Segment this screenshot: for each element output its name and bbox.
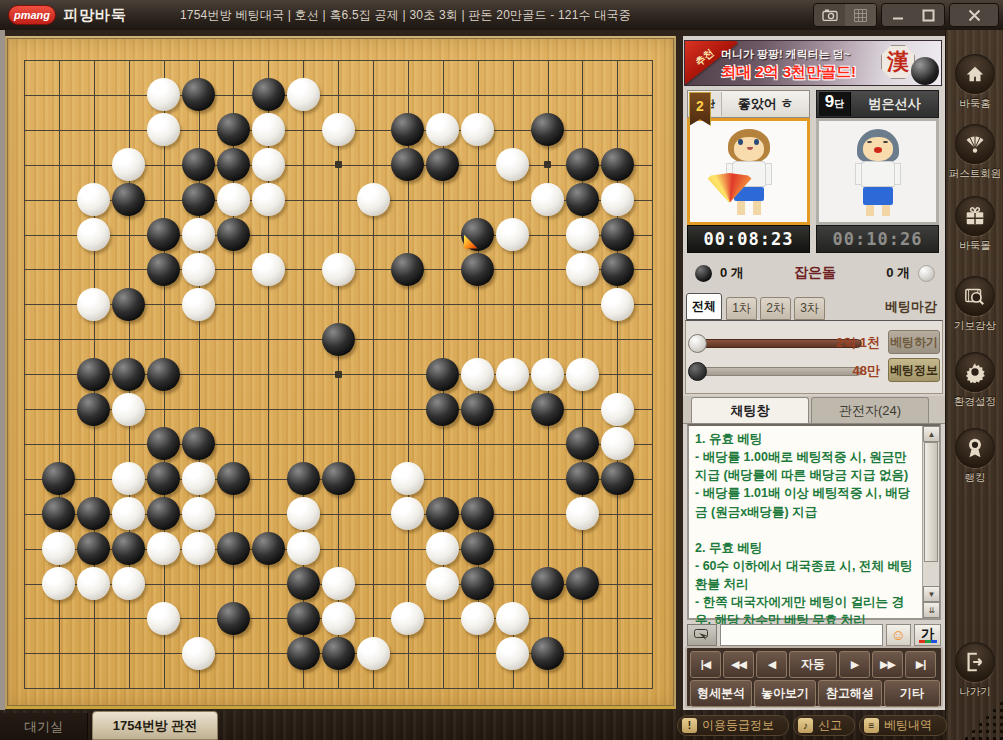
- black-stone: [182, 183, 215, 216]
- tab-bet-3rd[interactable]: 3차: [794, 297, 825, 320]
- black-stone: [112, 358, 145, 391]
- white-stone: [496, 218, 529, 251]
- white-stone: [147, 113, 180, 146]
- black-stone: [601, 462, 634, 495]
- info-bubble-icon: !: [682, 718, 697, 733]
- right-panel: 추천 머니가 팡팡! 캐릭터는 덤~ 최대 2억 3천만골드! 漢 9단 좋았어…: [683, 36, 945, 710]
- chat-scrollbar[interactable]: ▲ ▼ ⇊: [922, 426, 939, 618]
- black-stone: [391, 113, 424, 146]
- black-stone: [217, 602, 250, 635]
- resize-grip[interactable]: [963, 700, 1003, 740]
- white-stone: [496, 148, 529, 181]
- sidebar-label-game-records: 기보감상: [946, 319, 1003, 333]
- auto-play-button[interactable]: 자동: [789, 651, 837, 678]
- white-stone: [147, 602, 180, 635]
- black-stone: [601, 148, 634, 181]
- white-timer: 00:10:26: [816, 225, 939, 253]
- black-stone: [566, 567, 599, 600]
- white-stone: [42, 532, 75, 565]
- betting-body: 2억 1천 베팅하기 48만 베팅정보: [685, 320, 943, 394]
- white-stone: [287, 78, 320, 111]
- tab-chat[interactable]: 채팅창: [691, 397, 809, 423]
- black-stone: [566, 148, 599, 181]
- tab-lobby[interactable]: 대기실: [0, 713, 88, 740]
- black-stone: [147, 218, 180, 251]
- black-stone: [147, 497, 180, 530]
- white-stone: [601, 427, 634, 460]
- chat-input[interactable]: [720, 624, 883, 646]
- white-stone: [322, 602, 355, 635]
- white-stone: [147, 78, 180, 111]
- go-start-button[interactable]: |◀: [690, 651, 721, 678]
- white-stone: [252, 148, 285, 181]
- tab-bet-2nd[interactable]: 2차: [760, 297, 791, 320]
- black-stone: [461, 567, 494, 600]
- black-stone: [217, 113, 250, 146]
- banner-line1: 머니가 팡팡! 캐릭터는 덤~: [721, 47, 850, 62]
- black-stone: [252, 532, 285, 565]
- black-stone: [217, 148, 250, 181]
- sidebar-label-exit: 나가기: [946, 685, 1003, 699]
- report-label: 신고: [818, 717, 842, 734]
- go-board-panel: [5, 36, 676, 709]
- tab-room-1754[interactable]: 1754번방 관전: [92, 711, 218, 740]
- black-stone: [426, 148, 459, 181]
- chat-input-row: ☺ 가: [687, 624, 941, 646]
- usage-grade-info-button[interactable]: ! 이용등급정보: [677, 715, 789, 736]
- white-stone: [357, 637, 390, 670]
- black-stone: [217, 218, 250, 251]
- white-stone: [391, 497, 424, 530]
- black-stone: [531, 113, 564, 146]
- bet-amount-2: 48만: [810, 362, 880, 380]
- black-stone: [566, 183, 599, 216]
- white-stone: [531, 358, 564, 391]
- fast-back-button[interactable]: ◀◀: [723, 651, 754, 678]
- go-end-button[interactable]: ▶|: [905, 651, 936, 678]
- white-stone: [566, 497, 599, 530]
- sidebar-label-shop: 바둑몰: [946, 239, 1003, 253]
- white-stone: [42, 567, 75, 600]
- black-stone: [112, 183, 145, 216]
- sidebar-item-exit[interactable]: 나가기: [946, 642, 1003, 699]
- black-avatar: [714, 129, 784, 221]
- betting-tabs: 전체 1차 2차 3차 베팅마감: [683, 292, 945, 320]
- black-stone: [601, 218, 634, 251]
- try-moves-button[interactable]: 놓아보기: [754, 680, 816, 707]
- white-stone: [112, 462, 145, 495]
- star-point: [544, 161, 551, 168]
- white-captured-count: 0 개: [886, 264, 910, 282]
- grid-line: [373, 60, 374, 689]
- chat-tabs: 채팅창 관전자(24): [683, 396, 945, 424]
- white-rank-dan: 단: [834, 97, 844, 111]
- territory-analysis-button[interactable]: 형세분석: [690, 680, 752, 707]
- black-stone: [42, 462, 75, 495]
- sidebar-item-first-member[interactable]: 퍼스트회원: [946, 124, 1003, 181]
- captured-stones-label: 잡은돌: [752, 264, 878, 282]
- white-stone: [182, 288, 215, 321]
- white-rank-number: 9: [825, 92, 834, 112]
- black-stone: [77, 393, 110, 426]
- black-captured-count: 0 개: [720, 264, 744, 282]
- black-stone: [287, 462, 320, 495]
- white-stone: [496, 358, 529, 391]
- minimize-button[interactable]: [882, 4, 913, 26]
- black-stone: [112, 288, 145, 321]
- back-button[interactable]: ◀: [756, 651, 787, 678]
- black-stone: [42, 497, 75, 530]
- black-stone: [217, 532, 250, 565]
- black-stone: [531, 567, 564, 600]
- black-stone: [461, 393, 494, 426]
- tab-bet-1st[interactable]: 1차: [726, 297, 757, 320]
- white-stone: [322, 567, 355, 600]
- black-stone: [252, 78, 285, 111]
- black-stone: [182, 427, 215, 460]
- white-stone: [566, 358, 599, 391]
- black-stone-icon: [911, 57, 939, 85]
- black-stone: [77, 358, 110, 391]
- report-bell-icon: ♪: [798, 718, 813, 733]
- white-stone: [77, 218, 110, 251]
- white-stone: [426, 532, 459, 565]
- white-player-name: 범은선사: [851, 95, 938, 113]
- black-stone: [461, 532, 494, 565]
- bet-info-button[interactable]: 베팅정보: [888, 358, 940, 382]
- black-stone: [322, 462, 355, 495]
- white-stone: [496, 602, 529, 635]
- black-stone: [77, 532, 110, 565]
- black-stone: [566, 462, 599, 495]
- black-stone: [426, 497, 459, 530]
- white-stone: [461, 358, 494, 391]
- white-stone: [601, 183, 634, 216]
- maximize-button[interactable]: [913, 4, 944, 26]
- white-stone: [287, 532, 320, 565]
- sidebar-label-settings: 환경설정: [946, 395, 1003, 409]
- white-stone: [217, 183, 250, 216]
- captured-white-stone-icon: [918, 265, 935, 282]
- scroll-thumb[interactable]: [924, 442, 938, 562]
- bet-slider-knob-1[interactable]: [688, 334, 707, 353]
- go-board-grid[interactable]: [24, 60, 653, 689]
- black-stone: [182, 148, 215, 181]
- sidebar-item-home[interactable]: 바둑홈: [946, 54, 1003, 111]
- black-avatar-box: [687, 118, 810, 225]
- tab-spectators[interactable]: 관전자(24): [811, 397, 929, 423]
- white-stone: [601, 288, 634, 321]
- white-stone: [77, 183, 110, 216]
- player-card-white: 9단 범은선사 00:10:26: [816, 90, 939, 253]
- white-stone: [322, 113, 355, 146]
- white-stone: [252, 253, 285, 286]
- black-stone: [112, 532, 145, 565]
- usage-grade-info-label: 이용등급정보: [702, 717, 774, 734]
- sidebar-label-ranking: 랭킹: [946, 471, 1003, 485]
- right-sidebar: 바둑홈 퍼스트회원 바둑몰 기보감상 환경설정 랭킹 나가기: [945, 30, 1003, 740]
- black-stone: [287, 602, 320, 635]
- black-stone: [77, 497, 110, 530]
- white-stone: [531, 183, 564, 216]
- black-stone: [531, 637, 564, 670]
- betting-deadline-label: 베팅마감: [885, 298, 937, 316]
- game-info-text: 1754번방 베팅대국 | 호선 | 흑6.5집 공제 | 30초 3회 | 판…: [180, 0, 631, 30]
- pmang-baduk-window: pmang 피망바둑 1754번방 베팅대국 | 호선 | 흑6.5집 공제 |…: [0, 0, 1003, 740]
- white-stone: [357, 183, 390, 216]
- sidebar-label-first-member: 퍼스트회원: [946, 167, 1003, 181]
- black-stone: [287, 637, 320, 670]
- white-stone: [496, 637, 529, 670]
- janggi-piece-icon: 漢: [881, 45, 915, 79]
- white-rank-badge: 9단: [819, 92, 851, 116]
- white-stone: [252, 183, 285, 216]
- board-grid-toggle-icon[interactable]: [845, 4, 876, 26]
- star-point: [335, 371, 342, 378]
- white-stone: [566, 218, 599, 251]
- etc-button[interactable]: 기타: [884, 680, 940, 707]
- white-stone: [601, 393, 634, 426]
- black-stone: [391, 253, 424, 286]
- white-avatar-box: [816, 118, 939, 225]
- white-stone: [147, 532, 180, 565]
- white-stone: [461, 113, 494, 146]
- list-icon: ≡: [864, 718, 879, 733]
- black-stone: [426, 358, 459, 391]
- white-stone: [112, 148, 145, 181]
- white-stone: [461, 602, 494, 635]
- commentary-button[interactable]: 참고해설: [818, 680, 882, 707]
- font-button-label: 가: [921, 626, 934, 641]
- sidebar-item-shop[interactable]: 바둑몰: [946, 196, 1003, 253]
- black-stone: [287, 567, 320, 600]
- black-timer: 00:08:23: [687, 225, 810, 253]
- bottombar: 대기실 1754번방 관전 ! 이용등급정보 ♪ 신고 ≡ 베팅내역: [0, 710, 945, 740]
- tab-bet-all[interactable]: 전체: [686, 293, 722, 320]
- banner-line2: 최대 2억 3천만골드!: [721, 63, 856, 82]
- white-stone: [112, 567, 145, 600]
- player-card-black: 9단 좋았어 ㅎ 2 00:08:23: [687, 90, 810, 253]
- white-stone: [426, 567, 459, 600]
- white-stone: [77, 567, 110, 600]
- bet-slider-knob-2[interactable]: [688, 362, 707, 381]
- captured-stones-row: 0 개 잡은돌 0 개: [683, 258, 945, 288]
- titlebar: pmang 피망바둑 1754번방 베팅대국 | 호선 | 흑6.5집 공제 |…: [0, 0, 1003, 30]
- forward-button[interactable]: ▶: [839, 651, 870, 678]
- pmang-logo: pmang: [8, 5, 56, 25]
- sidebar-item-ranking[interactable]: 랭킹: [946, 428, 1003, 485]
- black-stone: [322, 323, 355, 356]
- black-player-name: 좋았어 ㅎ: [722, 95, 809, 113]
- black-stone: [147, 462, 180, 495]
- chat-box: 1. 유효 베팅 - 배당률 1.00배로 베팅적중 시, 원금만 지급 (배당…: [687, 424, 941, 620]
- white-stone: [287, 497, 320, 530]
- app-title: 피망바둑: [63, 6, 127, 25]
- white-stone: [182, 532, 215, 565]
- grid-line: [24, 688, 653, 689]
- white-stone: [182, 253, 215, 286]
- white-stone: [77, 288, 110, 321]
- chat-pointer-icon[interactable]: [687, 624, 717, 646]
- white-stone: [112, 497, 145, 530]
- emoji-button[interactable]: ☺: [886, 624, 911, 646]
- close-button[interactable]: [950, 4, 998, 26]
- white-stone: [391, 602, 424, 635]
- bet-amount-1: 2억 1천: [810, 334, 880, 352]
- black-stone: [426, 393, 459, 426]
- white-stone: [426, 113, 459, 146]
- white-stone: [182, 637, 215, 670]
- chat-messages: 1. 유효 베팅 - 배당률 1.00배로 베팅적중 시, 원금만 지급 (배당…: [695, 430, 917, 629]
- black-stone: [531, 393, 564, 426]
- white-stone: [182, 218, 215, 251]
- fast-forward-button[interactable]: ▶▶: [872, 651, 903, 678]
- white-stone: [112, 393, 145, 426]
- white-avatar: [843, 129, 913, 221]
- grid-line: [24, 444, 653, 445]
- grid-line: [652, 60, 653, 689]
- betting-history-button[interactable]: ≡ 베팅내역: [859, 715, 947, 736]
- black-stone: [322, 637, 355, 670]
- sidebar-item-game-records[interactable]: 기보감상: [946, 276, 1003, 333]
- captured-black-stone-icon: [695, 265, 712, 282]
- white-stone: [252, 113, 285, 146]
- white-nameplate: 9단 범은선사: [816, 90, 939, 118]
- scroll-to-end-icon[interactable]: ⇊: [923, 602, 940, 618]
- sidebar-label-home: 바둑홈: [946, 97, 1003, 111]
- white-stone: [322, 253, 355, 286]
- report-button[interactable]: ♪ 신고: [793, 715, 855, 736]
- sidebar-item-settings[interactable]: 환경설정: [946, 352, 1003, 409]
- screenshot-camera-icon[interactable]: [814, 4, 845, 26]
- black-stone: [601, 253, 634, 286]
- white-stone: [182, 497, 215, 530]
- scroll-up-icon[interactable]: ▲: [923, 426, 940, 442]
- star-point: [335, 161, 342, 168]
- bet-button[interactable]: 베팅하기: [888, 330, 940, 354]
- white-stone: [182, 462, 215, 495]
- black-stone: [217, 462, 250, 495]
- black-stone: [461, 253, 494, 286]
- white-stone: [566, 253, 599, 286]
- move-navigation-panel: |◀ ◀◀ ◀ 자동 ▶ ▶▶ ▶| 형세분석 놓아보기 참고해설 기타: [685, 646, 943, 708]
- black-stone: [147, 253, 180, 286]
- black-stone: [461, 497, 494, 530]
- black-stone: [566, 427, 599, 460]
- scroll-down-icon[interactable]: ▼: [923, 586, 940, 602]
- betting-history-label: 베팅내역: [884, 717, 932, 734]
- black-stone: [391, 148, 424, 181]
- black-stone: [147, 427, 180, 460]
- promo-banner[interactable]: 추천 머니가 팡팡! 캐릭터는 덤~ 최대 2억 3천만골드! 漢: [684, 40, 942, 86]
- white-stone: [391, 462, 424, 495]
- black-stone: [182, 78, 215, 111]
- black-stone: [147, 358, 180, 391]
- font-button[interactable]: 가: [914, 624, 941, 646]
